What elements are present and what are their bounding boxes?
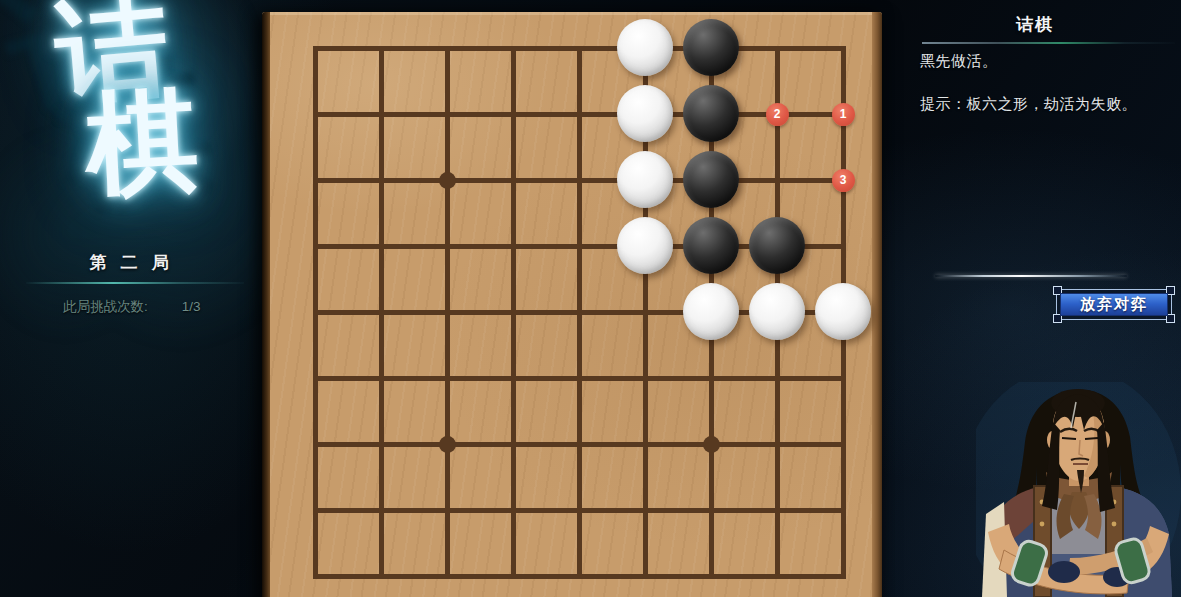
divider — [26, 282, 244, 284]
black-stone — [683, 217, 739, 274]
black-stone — [683, 85, 739, 142]
white-stone — [617, 151, 673, 208]
challenge-count-label: 此局挑战次数: — [63, 299, 148, 314]
black-stone — [683, 151, 739, 208]
white-stone — [617, 217, 673, 274]
grid-line-horizontal — [313, 508, 846, 513]
hint-text: 提示：板六之形，劫活为失败。 — [920, 95, 1137, 114]
puzzle-screen: 诘 棋 诘 棋 第 二 局 此局挑战次数:1/3 123 诘棋 黑先做活。 提示… — [0, 0, 1181, 597]
calligraphy-title-char-2: 棋 — [83, 83, 201, 201]
divider — [922, 42, 1175, 44]
give-up-button-label: 放弃对弈 — [1060, 293, 1168, 316]
move-marker-1: 1 — [832, 103, 855, 126]
star-point — [439, 436, 456, 453]
panel-title: 诘棋 — [900, 13, 1170, 36]
divider — [935, 275, 1127, 277]
star-point — [703, 436, 720, 453]
star-point — [439, 172, 456, 189]
challenge-count-row: 此局挑战次数:1/3 — [63, 298, 201, 316]
challenge-count-value: 1/3 — [182, 299, 201, 314]
objective-text: 黑先做活。 — [920, 52, 998, 71]
white-stone — [617, 85, 673, 142]
move-marker-2: 2 — [766, 103, 789, 126]
black-stone — [683, 19, 739, 76]
white-stone — [815, 283, 871, 340]
sidebar: 诘 棋 诘 棋 第 二 局 此局挑战次数:1/3 — [0, 0, 262, 597]
go-board[interactable]: 123 — [262, 12, 882, 597]
black-stone — [749, 217, 805, 274]
white-stone — [683, 283, 739, 340]
give-up-button[interactable]: 放弃对弈 — [1056, 289, 1172, 320]
white-stone — [749, 283, 805, 340]
grid-line-horizontal — [313, 376, 846, 381]
grid-line-horizontal — [313, 442, 846, 447]
round-label: 第 二 局 — [0, 251, 262, 274]
character-portrait — [976, 382, 1181, 597]
grid-line-horizontal — [313, 574, 846, 579]
white-stone — [617, 19, 673, 76]
move-marker-3: 3 — [832, 169, 855, 192]
